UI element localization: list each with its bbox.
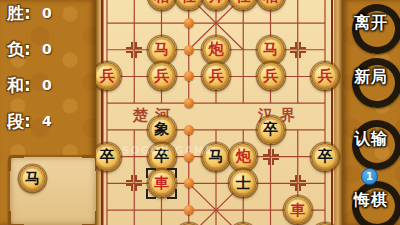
stat-losses: 负: 0	[7, 38, 31, 60]
selected-piece-brackets	[146, 168, 177, 199]
stat-wins-value: 0	[42, 2, 52, 24]
board-cell[interactable]	[202, 223, 229, 225]
tray-ornament-icon	[8, 211, 24, 225]
board-cell[interactable]	[121, 63, 148, 90]
black-piece-卒[interactable]: 卒	[257, 116, 285, 144]
board-cell[interactable]	[230, 36, 257, 63]
red-piece-炮[interactable]: 炮	[202, 36, 230, 64]
leave-button-label: 离开	[342, 13, 400, 34]
board-cell[interactable]	[121, 0, 148, 10]
undo-count-badge: 1	[361, 168, 378, 185]
board-cell[interactable]	[121, 10, 148, 37]
move-hint-dot[interactable]	[184, 98, 194, 108]
board-cell[interactable]	[230, 90, 257, 117]
red-piece-马[interactable]: 马	[257, 36, 285, 64]
board-cell[interactable]	[96, 197, 121, 224]
move-hint-dot[interactable]	[184, 125, 194, 135]
board-cell[interactable]	[257, 170, 284, 197]
undo-button-label: 悔棋	[342, 190, 400, 211]
board-cell[interactable]	[230, 197, 257, 224]
board-cell[interactable]	[96, 10, 121, 37]
red-piece-马[interactable]: 马	[148, 36, 176, 64]
stat-wins: 胜: 0	[7, 2, 31, 24]
red-piece-車[interactable]: 車	[284, 196, 312, 224]
board-cell[interactable]	[202, 117, 229, 144]
board-cell[interactable]	[96, 117, 121, 144]
board-cell[interactable]	[148, 10, 175, 37]
board-cell[interactable]	[230, 117, 257, 144]
board-cell[interactable]	[257, 223, 284, 225]
stat-wins-label: 胜:	[7, 3, 31, 23]
stats-panel: 胜: 0 负: 0 和: 0 段: 4 马	[0, 0, 96, 225]
xiangqi-board: 楚河 汉界 SOGOU GAME 相仕帅仕相马炮马兵兵兵兵兵象卒卒卒马炮卒車士車	[96, 0, 342, 225]
board-cell[interactable]	[257, 197, 284, 224]
point-marker-icon	[290, 175, 306, 191]
leave-button[interactable]: 离开	[342, 1, 400, 45]
board-cell[interactable]	[96, 223, 121, 225]
watermark-text: SOGOU GAME	[122, 145, 214, 156]
board-cell[interactable]	[284, 0, 311, 10]
board-cell[interactable]	[148, 197, 175, 224]
board-cell[interactable]	[202, 197, 229, 224]
black-piece-卒[interactable]: 卒	[311, 143, 339, 171]
board-cell[interactable]	[202, 10, 229, 37]
new-game-button-label: 新局	[342, 67, 400, 88]
stat-rank-label: 段:	[7, 111, 31, 131]
stat-draws-label: 和:	[7, 75, 31, 95]
board-cell[interactable]	[311, 90, 338, 117]
board-cell[interactable]	[311, 0, 338, 10]
board-cell[interactable]	[311, 36, 338, 63]
board-cell[interactable]	[148, 223, 175, 225]
stat-draws-value: 0	[42, 74, 52, 96]
red-piece-兵[interactable]: 兵	[148, 62, 176, 90]
move-hint-dot[interactable]	[184, 45, 194, 55]
resign-button-label: 认输	[342, 129, 400, 150]
black-piece-卒[interactable]: 卒	[96, 143, 121, 171]
red-piece-炮[interactable]: 炮	[229, 143, 257, 171]
action-buttons-panel: 离开 新局 认输 悔棋 1	[342, 0, 400, 225]
board-cell[interactable]	[121, 223, 148, 225]
board-cell[interactable]	[202, 170, 229, 197]
board-cell[interactable]	[257, 10, 284, 37]
resign-button[interactable]: 认输	[342, 117, 400, 161]
board-cell[interactable]	[121, 197, 148, 224]
board-cell[interactable]	[230, 10, 257, 37]
point-marker-icon	[126, 175, 142, 191]
xiangqi-game-screen: 胜: 0 负: 0 和: 0 段: 4 马 楚河 汉界 SOGOU GAME	[0, 0, 400, 225]
board-cell[interactable]	[311, 197, 338, 224]
stat-rank-value: 4	[42, 110, 52, 132]
point-marker-icon	[290, 42, 306, 58]
board-cell[interactable]	[96, 170, 121, 197]
stat-rank: 段: 4	[7, 110, 31, 132]
red-piece-兵[interactable]: 兵	[257, 62, 285, 90]
point-marker-icon	[126, 42, 142, 58]
board-cell[interactable]	[284, 10, 311, 37]
board-cell[interactable]	[96, 0, 121, 10]
new-game-button[interactable]: 新局	[342, 55, 400, 99]
board-cell[interactable]	[311, 117, 338, 144]
stat-losses-label: 负:	[7, 39, 31, 59]
stat-losses-value: 0	[42, 38, 52, 60]
board-cell[interactable]	[96, 90, 121, 117]
stat-draws: 和: 0	[7, 74, 31, 96]
board-cell[interactable]	[311, 10, 338, 37]
move-hint-dot[interactable]	[184, 18, 194, 28]
captured-pieces-tray: 马	[8, 155, 98, 225]
point-marker-icon	[263, 149, 279, 165]
board-cell[interactable]	[96, 36, 121, 63]
move-hint-dot[interactable]	[184, 205, 194, 215]
board-cell[interactable]	[311, 170, 338, 197]
board-cell[interactable]	[284, 63, 311, 90]
captured-piece-black-horse: 马	[19, 165, 46, 192]
board-cell[interactable]	[202, 90, 229, 117]
black-piece-象[interactable]: 象	[148, 116, 176, 144]
board-cell[interactable]	[230, 63, 257, 90]
board-cell[interactable]	[284, 143, 311, 170]
